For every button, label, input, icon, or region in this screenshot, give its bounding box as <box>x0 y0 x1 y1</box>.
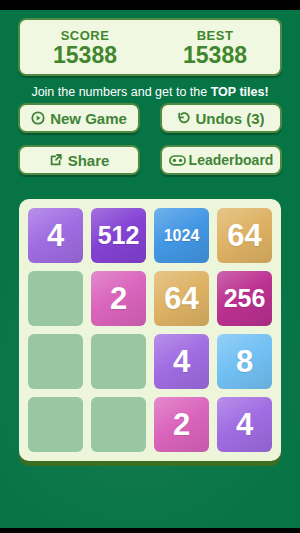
tile-8: 8 <box>217 334 272 389</box>
score-box: SCORE 15388 <box>20 20 150 74</box>
new-game-button[interactable]: New Game <box>18 103 140 133</box>
empty-cell <box>28 334 83 389</box>
tile-4: 4 <box>28 208 83 263</box>
tagline-text: Join the numbers and get to the <box>31 85 210 99</box>
tile-2: 2 <box>91 271 146 326</box>
leaderboard-label: Leaderboard <box>189 152 274 168</box>
tile-2: 2 <box>154 397 209 452</box>
tile-64: 64 <box>154 271 209 326</box>
gamepad-icon <box>169 155 186 166</box>
game-screen: SCORE 15388 BEST 15388 Join the numbers … <box>0 10 300 528</box>
tile-64: 64 <box>217 208 272 263</box>
tile-4: 4 <box>154 334 209 389</box>
undo-icon <box>177 112 190 125</box>
letterbox-top <box>0 0 300 10</box>
best-value: 15388 <box>183 44 247 67</box>
score-value: 15388 <box>53 44 117 67</box>
leaderboard-button[interactable]: Leaderboard <box>160 145 282 175</box>
tile-4: 4 <box>217 397 272 452</box>
undos-label: Undos (3) <box>195 110 264 127</box>
tagline: Join the numbers and get to the TOP tile… <box>0 85 300 99</box>
best-label: BEST <box>197 28 234 43</box>
tile-1024: 1024 <box>154 208 209 263</box>
undos-button[interactable]: Undos (3) <box>160 103 282 133</box>
board-grid[interactable]: 45121024642642564824 <box>19 199 281 461</box>
best-box: BEST 15388 <box>150 20 280 74</box>
share-label: Share <box>68 152 110 169</box>
empty-cell <box>91 397 146 452</box>
share-icon <box>49 153 63 167</box>
new-game-label: New Game <box>50 110 127 127</box>
empty-cell <box>91 334 146 389</box>
letterbox-bottom <box>0 528 300 533</box>
tile-256: 256 <box>217 271 272 326</box>
score-label: SCORE <box>61 28 110 43</box>
empty-cell <box>28 397 83 452</box>
tagline-bold: TOP tiles! <box>211 85 269 99</box>
share-button[interactable]: Share <box>18 145 140 175</box>
tile-512: 512 <box>91 208 146 263</box>
score-panel: SCORE 15388 BEST 15388 <box>18 18 282 76</box>
play-circle-icon <box>31 111 45 125</box>
empty-cell <box>28 271 83 326</box>
